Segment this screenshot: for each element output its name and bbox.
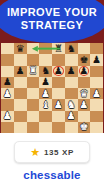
piece-black-pawn: ♟ <box>65 66 78 77</box>
square-a2: ♟ <box>1 111 14 122</box>
square-g6: ♟ <box>78 66 91 77</box>
square-b8: ♛ <box>14 43 27 54</box>
piece-black-pawn: ♟ <box>52 66 65 77</box>
square-a6 <box>1 66 14 77</box>
square-h2 <box>90 111 103 122</box>
square-e6: ♟ <box>52 66 65 77</box>
square-d3: ♝ <box>39 99 52 110</box>
piece-white-pawn: ♟ <box>78 99 91 110</box>
piece-black-king: ♚ <box>78 54 91 65</box>
square-f4 <box>65 88 78 99</box>
promo-banner: IMPROVE YOUR STRATEGY <box>0 0 104 43</box>
square-g4: ♛ <box>78 88 91 99</box>
square-b4 <box>14 88 27 99</box>
banner-title-line1: IMPROVE YOUR <box>0 6 104 19</box>
square-d5: ♟ <box>39 77 52 88</box>
chessable-ad[interactable]: IMPROVE YOUR STRATEGY ♛♜♞♚♟♟♜♞♟♟♟♟♟♟♟♛♟♝… <box>0 0 104 184</box>
square-d4: ♟ <box>39 88 52 99</box>
square-g3: ♟ <box>78 99 91 110</box>
square-b7 <box>14 54 27 65</box>
square-f2: ♟ <box>65 111 78 122</box>
square-c3 <box>27 99 40 110</box>
piece-white-king: ♚ <box>78 122 91 133</box>
piece-black-knight: ♞ <box>39 66 52 77</box>
square-h7: ♟ <box>90 54 103 65</box>
square-h5 <box>90 77 103 88</box>
square-h3 <box>90 99 103 110</box>
square-g2 <box>78 111 91 122</box>
piece-white-queen: ♛ <box>78 88 91 99</box>
piece-white-pawn: ♟ <box>90 88 103 99</box>
square-f8: ♞ <box>65 43 78 54</box>
square-a4: ♟ <box>1 88 14 99</box>
chess-board: ♛♜♞♚♟♟♜♞♟♟♟♟♟♟♟♛♟♝♟♞♟♟♟♚ <box>1 43 103 133</box>
square-a8 <box>1 43 14 54</box>
piece-black-pawn: ♟ <box>14 66 27 77</box>
square-h8 <box>90 43 103 54</box>
piece-white-pawn: ♟ <box>39 88 52 99</box>
piece-black-pawn: ♟ <box>39 77 52 88</box>
chessable-logo[interactable]: chessable <box>23 169 80 181</box>
piece-white-bishop: ♝ <box>39 99 52 110</box>
square-e5 <box>52 77 65 88</box>
piece-white-pawn: ♟ <box>1 111 14 122</box>
square-g7: ♚ <box>78 54 91 65</box>
square-b1 <box>14 122 27 133</box>
piece-black-queen: ♛ <box>14 43 27 54</box>
piece-white-pawn: ♟ <box>65 111 78 122</box>
footer: ★ 135 XP chessable <box>0 133 104 184</box>
square-b5 <box>14 77 27 88</box>
square-d8 <box>39 43 52 54</box>
square-b3 <box>14 99 27 110</box>
square-d7 <box>39 54 52 65</box>
square-b6: ♟ <box>14 66 27 77</box>
piece-white-pawn: ♟ <box>1 88 14 99</box>
xp-card: ★ 135 XP <box>14 141 90 163</box>
square-c1 <box>27 122 40 133</box>
square-f5 <box>65 77 78 88</box>
square-c8 <box>27 43 40 54</box>
chess-board-frame: ♛♜♞♚♟♟♜♞♟♟♟♟♟♟♟♛♟♝♟♞♟♟♟♚ <box>0 43 104 133</box>
square-e7 <box>52 54 65 65</box>
square-d2 <box>39 111 52 122</box>
piece-black-pawn: ♟ <box>78 66 91 77</box>
piece-black-pawn: ♟ <box>1 77 14 88</box>
banner-title: IMPROVE YOUR STRATEGY <box>0 6 104 31</box>
square-d6: ♞ <box>39 66 52 77</box>
square-c4 <box>27 88 40 99</box>
xp-label: 135 XP <box>44 148 74 157</box>
square-e3: ♟ <box>52 99 65 110</box>
star-icon: ★ <box>30 147 40 158</box>
square-a5: ♟ <box>1 77 14 88</box>
square-e1 <box>52 122 65 133</box>
square-a7 <box>1 54 14 65</box>
square-h4: ♟ <box>90 88 103 99</box>
piece-white-rook: ♜ <box>27 66 40 77</box>
piece-white-pawn: ♟ <box>52 99 65 110</box>
square-g8 <box>78 43 91 54</box>
piece-black-knight: ♞ <box>65 43 78 54</box>
square-e8: ♜ <box>52 43 65 54</box>
square-c2 <box>27 111 40 122</box>
square-a3 <box>1 99 14 110</box>
square-d1 <box>39 122 52 133</box>
square-f1 <box>65 122 78 133</box>
piece-white-knight: ♞ <box>65 99 78 110</box>
square-g5 <box>78 77 91 88</box>
square-h1 <box>90 122 103 133</box>
square-g1: ♚ <box>78 122 91 133</box>
piece-black-pawn: ♟ <box>90 54 103 65</box>
square-f7 <box>65 54 78 65</box>
square-b2 <box>14 111 27 122</box>
square-c5 <box>27 77 40 88</box>
square-f6: ♟ <box>65 66 78 77</box>
square-e4 <box>52 88 65 99</box>
square-c7 <box>27 54 40 65</box>
banner-title-line2: STRATEGY <box>0 19 104 32</box>
piece-black-rook: ♜ <box>52 43 65 54</box>
square-e2 <box>52 111 65 122</box>
square-a1 <box>1 122 14 133</box>
square-f3: ♞ <box>65 99 78 110</box>
square-h6 <box>90 66 103 77</box>
square-c6: ♜ <box>27 66 40 77</box>
